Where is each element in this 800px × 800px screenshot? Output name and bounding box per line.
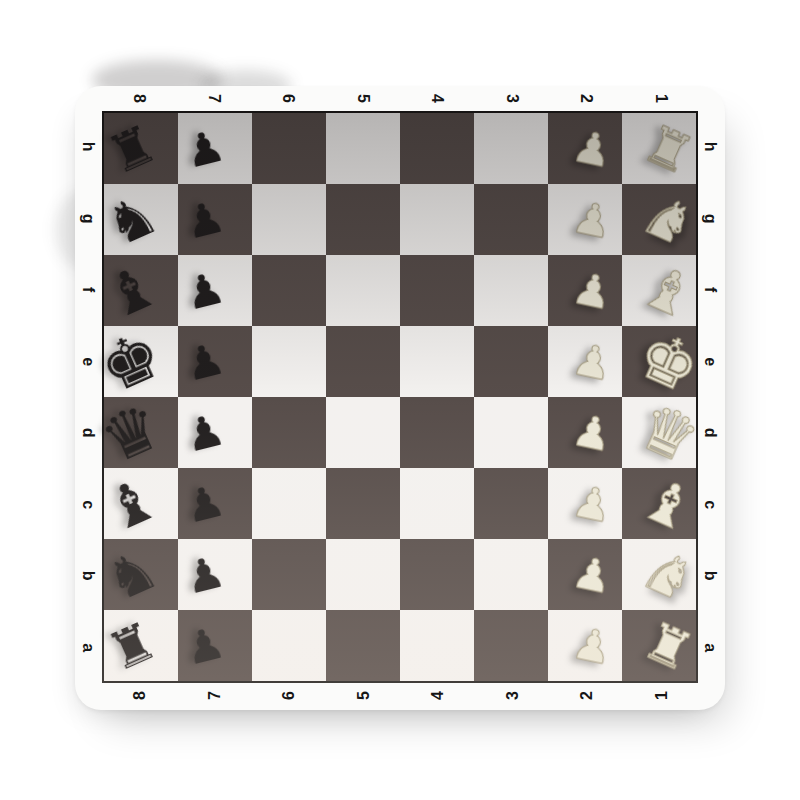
rank-labels-top: 87654321 (102, 86, 698, 111)
square-b6[interactable] (252, 539, 326, 610)
square-a7[interactable]: ♟ (178, 610, 252, 681)
piece-black-pawn[interactable]: ♟ (180, 123, 229, 175)
square-f4[interactable] (400, 255, 474, 326)
square-a6[interactable] (252, 610, 326, 681)
chess-mat: 87654321 87654321 hgfedcba hgfedcba ♜♟♟♜… (75, 86, 725, 710)
square-h1[interactable]: ♜ (622, 113, 696, 184)
piece-black-pawn[interactable]: ♟ (180, 549, 229, 601)
square-e7[interactable]: ♟ (178, 326, 252, 397)
piece-white-pawn[interactable]: ♟ (569, 123, 617, 174)
square-b5[interactable] (326, 539, 400, 610)
square-g1[interactable]: ♞ (622, 184, 696, 255)
file-labels-right: hgfedcba (696, 111, 725, 683)
square-h4[interactable] (400, 113, 474, 184)
piece-white-pawn[interactable]: ♟ (569, 549, 617, 600)
file-labels-left: hgfedcba (75, 111, 102, 683)
square-e8[interactable]: ♚ (104, 326, 178, 397)
square-a1[interactable]: ♜ (622, 610, 696, 681)
rank-labels-bottom: 87654321 (102, 681, 698, 710)
square-g6[interactable] (252, 184, 326, 255)
square-c7[interactable]: ♟ (178, 468, 252, 539)
square-a5[interactable] (326, 610, 400, 681)
square-d3[interactable] (474, 397, 548, 468)
square-b8[interactable]: ♞ (104, 539, 178, 610)
square-g5[interactable] (326, 184, 400, 255)
piece-black-knight[interactable]: ♞ (97, 184, 166, 256)
piece-black-queen[interactable]: ♛ (92, 392, 170, 474)
square-d4[interactable] (400, 397, 474, 468)
piece-white-pawn[interactable]: ♟ (569, 620, 617, 671)
square-a3[interactable] (474, 610, 548, 681)
piece-black-pawn[interactable]: ♟ (180, 620, 229, 672)
piece-black-knight[interactable]: ♞ (97, 539, 166, 611)
chess-board: ♜♟♟♜♞♟♟♞♝♟♟♝♚♟♟♚♛♟♟♛♝♟♟♝♞♟♟♞♜♟♟♜ (102, 111, 698, 683)
piece-white-pawn[interactable]: ♟ (569, 336, 617, 387)
piece-white-bishop[interactable]: ♝ (633, 254, 704, 328)
square-e4[interactable] (400, 326, 474, 397)
square-h7[interactable]: ♟ (178, 113, 252, 184)
square-b4[interactable] (400, 539, 474, 610)
piece-white-king[interactable]: ♚ (628, 320, 709, 404)
piece-white-bishop[interactable]: ♝ (633, 467, 704, 541)
square-b2[interactable]: ♟ (548, 539, 622, 610)
square-c1[interactable]: ♝ (622, 468, 696, 539)
piece-black-rook[interactable]: ♜ (100, 116, 164, 182)
square-g7[interactable]: ♟ (178, 184, 252, 255)
piece-black-pawn[interactable]: ♟ (180, 336, 229, 388)
square-c5[interactable] (326, 468, 400, 539)
square-c8[interactable]: ♝ (104, 468, 178, 539)
piece-white-rook[interactable]: ♜ (636, 116, 700, 182)
square-c4[interactable] (400, 468, 474, 539)
square-h6[interactable] (252, 113, 326, 184)
square-c2[interactable]: ♟ (548, 468, 622, 539)
square-b3[interactable] (474, 539, 548, 610)
square-e1[interactable]: ♚ (622, 326, 696, 397)
piece-black-pawn[interactable]: ♟ (180, 478, 229, 530)
square-a4[interactable] (400, 610, 474, 681)
piece-white-pawn[interactable]: ♟ (569, 265, 617, 316)
photo-backdrop: 87654321 87654321 hgfedcba hgfedcba ♜♟♟♜… (0, 0, 800, 800)
square-e5[interactable] (326, 326, 400, 397)
square-f2[interactable]: ♟ (548, 255, 622, 326)
piece-white-pawn[interactable]: ♟ (569, 478, 617, 529)
square-d5[interactable] (326, 397, 400, 468)
piece-black-bishop[interactable]: ♝ (96, 467, 167, 541)
square-d8[interactable]: ♛ (104, 397, 178, 468)
piece-white-rook[interactable]: ♜ (636, 613, 700, 679)
piece-white-knight[interactable]: ♞ (634, 184, 703, 256)
square-e3[interactable] (474, 326, 548, 397)
piece-black-pawn[interactable]: ♟ (180, 407, 229, 459)
piece-black-rook[interactable]: ♜ (100, 613, 164, 679)
square-e2[interactable]: ♟ (548, 326, 622, 397)
piece-white-knight[interactable]: ♞ (634, 539, 703, 611)
square-d6[interactable] (252, 397, 326, 468)
square-d2[interactable]: ♟ (548, 397, 622, 468)
square-d1[interactable]: ♛ (622, 397, 696, 468)
piece-white-pawn[interactable]: ♟ (569, 407, 617, 458)
square-b1[interactable]: ♞ (622, 539, 696, 610)
square-h3[interactable] (474, 113, 548, 184)
square-b7[interactable]: ♟ (178, 539, 252, 610)
square-g8[interactable]: ♞ (104, 184, 178, 255)
piece-white-pawn[interactable]: ♟ (569, 194, 617, 245)
square-h8[interactable]: ♜ (104, 113, 178, 184)
square-h2[interactable]: ♟ (548, 113, 622, 184)
piece-black-pawn[interactable]: ♟ (180, 194, 229, 246)
piece-black-bishop[interactable]: ♝ (96, 254, 167, 328)
square-f6[interactable] (252, 255, 326, 326)
square-e6[interactable] (252, 326, 326, 397)
square-c6[interactable] (252, 468, 326, 539)
piece-white-queen[interactable]: ♛ (629, 392, 707, 474)
square-d7[interactable]: ♟ (178, 397, 252, 468)
square-h5[interactable] (326, 113, 400, 184)
piece-black-pawn[interactable]: ♟ (180, 265, 229, 317)
square-f7[interactable]: ♟ (178, 255, 252, 326)
square-a8[interactable]: ♜ (104, 610, 178, 681)
square-a2[interactable]: ♟ (548, 610, 622, 681)
square-c3[interactable] (474, 468, 548, 539)
square-g2[interactable]: ♟ (548, 184, 622, 255)
square-f5[interactable] (326, 255, 400, 326)
square-f3[interactable] (474, 255, 548, 326)
square-g4[interactable] (400, 184, 474, 255)
square-g3[interactable] (474, 184, 548, 255)
